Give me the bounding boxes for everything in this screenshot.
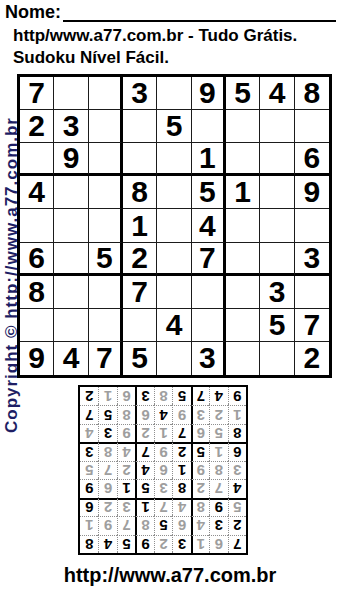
puzzle-cell-r6c2 [54,243,88,276]
puzzle-cell-r8c9: 7 [295,309,329,342]
solution-cell-r5c4: 1 [172,461,190,479]
solution-cell-r1c3: 1 [191,535,209,553]
solution-cell-r9c2: 4 [209,387,227,405]
solution-cell-r7c4: 7 [172,424,190,442]
solution-cell-r1c8: 4 [98,535,116,553]
puzzle-cell-r4c3 [89,176,123,209]
solution-cell-r5c9: 5 [80,461,98,479]
puzzle-cell-r1c5 [157,77,191,110]
solution-cell-r7c6: 2 [135,424,153,442]
solution-cell-r1c6: 9 [135,535,153,553]
solution-cell-r2c2: 3 [209,516,227,534]
solution-cell-r4c2: 7 [209,479,227,497]
puzzle-cell-r7c3 [89,276,123,309]
solution-cell-r7c5: 1 [154,424,172,442]
solution-cell-r7c7: 9 [117,424,135,442]
puzzle-grid: 739548235916485191465273873457947532 [17,74,332,378]
solution-cell-r4c3: 2 [191,479,209,497]
puzzle-cell-r6c4: 2 [123,243,157,276]
puzzle-cell-r8c7 [226,309,260,342]
solution-cell-r1c1: 7 [228,535,246,553]
puzzle-cell-r5c4: 1 [123,209,157,242]
solution-cell-r9c4: 5 [172,387,190,405]
puzzle-cell-r9c4: 5 [123,342,157,375]
puzzle-cell-r7c2 [54,276,88,309]
solution-cell-r5c8: 7 [98,461,116,479]
solution-cell-r9c6: 3 [135,387,153,405]
puzzle-cell-r9c6: 3 [192,342,226,375]
site-title: http/www.a77.com.br - Tudo Grátis. [13,26,297,46]
solution-cell-r3c9: 6 [80,498,98,516]
puzzle-cell-r1c1: 7 [20,77,54,110]
puzzle-cell-r1c7: 5 [226,77,260,110]
puzzle-cell-r5c7 [226,209,260,242]
solution-cell-r3c1: 5 [228,498,246,516]
difficulty-title: Sudoku Nível Fácil. [13,48,169,68]
solution-cell-r6c2: 1 [209,442,227,460]
puzzle-cell-r8c5: 4 [157,309,191,342]
puzzle-cell-r6c5 [157,243,191,276]
solution-cell-r5c6: 4 [135,461,153,479]
solution-cell-r1c9: 8 [80,535,98,553]
solution-cell-r2c9: 1 [80,516,98,534]
solution-cell-r9c9: 2 [80,387,98,405]
puzzle-cell-r3c6: 1 [192,143,226,176]
puzzle-cell-r2c3 [89,110,123,143]
puzzle-cell-r5c5 [157,209,191,242]
solution-cell-r3c3: 8 [191,498,209,516]
puzzle-cell-r4c2 [54,176,88,209]
puzzle-cell-r3c5 [157,143,191,176]
solution-cell-r4c8: 6 [98,479,116,497]
puzzle-cell-r3c8 [260,143,294,176]
puzzle-cell-r2c1: 2 [20,110,54,143]
sudoku-printout-page: Nome: http/www.a77.com.br - Tudo Grátis.… [0,0,340,596]
puzzle-cell-r7c6 [192,276,226,309]
puzzle-cell-r3c4 [123,143,157,176]
puzzle-cell-r4c6: 5 [192,176,226,209]
solution-cell-r1c7: 5 [117,535,135,553]
solution-cell-r8c2: 2 [209,405,227,423]
solution-cell-r4c1: 4 [228,479,246,497]
puzzle-cell-r6c1: 6 [20,243,54,276]
puzzle-cell-r3c3 [89,143,123,176]
solution-cell-r3c8: 2 [98,498,116,516]
solution-cell-r7c9: 4 [80,424,98,442]
solution-cell-r1c4: 3 [172,535,190,553]
footer-url: http://www.a77.com.br [0,564,340,587]
puzzle-cell-r2c7 [226,110,260,143]
solution-cell-r7c2: 5 [209,424,227,442]
solution-cell-r6c7: 4 [117,442,135,460]
puzzle-cell-r2c5: 5 [157,110,191,143]
puzzle-cell-r2c6 [192,110,226,143]
solution-cell-r2c4: 6 [172,516,190,534]
puzzle-cell-r3c7 [226,143,260,176]
solution-cell-r2c6: 8 [135,516,153,534]
puzzle-cell-r2c4 [123,110,157,143]
solution-cell-r2c1: 2 [228,516,246,534]
puzzle-cell-r5c6: 4 [192,209,226,242]
solution-cell-r4c7: 1 [117,479,135,497]
puzzle-cell-r4c9: 9 [295,176,329,209]
solution-cell-r5c5: 6 [154,461,172,479]
solution-cell-r2c3: 4 [191,516,209,534]
solution-cell-r8c3: 3 [191,405,209,423]
puzzle-cell-r7c4: 7 [123,276,157,309]
solution-cell-r6c5: 9 [154,442,172,460]
puzzle-cell-r1c8: 4 [260,77,294,110]
solution-cell-r8c9: 7 [80,405,98,423]
puzzle-cell-r6c9: 3 [295,243,329,276]
solution-cell-r8c6: 6 [135,405,153,423]
puzzle-cell-r5c2 [54,209,88,242]
solution-cell-r1c5: 2 [154,535,172,553]
puzzle-cell-r3c1 [20,143,54,176]
solution-cell-r3c4: 4 [172,498,190,516]
puzzle-cell-r7c1: 8 [20,276,54,309]
puzzle-cell-r5c3 [89,209,123,242]
solution-cell-r6c9: 3 [80,442,98,460]
solution-cell-r6c1: 6 [228,442,246,460]
solution-cell-r4c6: 5 [135,479,153,497]
puzzle-cell-r2c2: 3 [54,110,88,143]
puzzle-cell-r8c6 [192,309,226,342]
solution-cell-r7c8: 3 [98,424,116,442]
solution-cell-r1c2: 6 [209,535,227,553]
solution-cell-r5c7: 2 [117,461,135,479]
puzzle-cell-r7c5 [157,276,191,309]
solution-cell-r3c6: 1 [135,498,153,516]
puzzle-cell-r7c8: 3 [260,276,294,309]
solution-cell-r4c9: 9 [80,479,98,497]
solution-cell-r8c5: 4 [154,405,172,423]
solution-cell-r2c5: 5 [154,516,172,534]
solution-cell-r9c3: 7 [191,387,209,405]
puzzle-cell-r2c8 [260,110,294,143]
puzzle-cell-r4c8 [260,176,294,209]
puzzle-cell-r6c3: 5 [89,243,123,276]
solution-grid-rotated: 7613295482346587915984713264728351693891… [78,385,248,555]
puzzle-cell-r9c2: 4 [54,342,88,375]
puzzle-cell-r8c8: 5 [260,309,294,342]
puzzle-cell-r1c2 [54,77,88,110]
solution-cell-r4c4: 8 [172,479,190,497]
puzzle-cell-r4c1: 4 [20,176,54,209]
puzzle-cell-r4c7: 1 [226,176,260,209]
solution-cell-r8c7: 8 [117,405,135,423]
puzzle-cell-r8c1 [20,309,54,342]
solution-cell-r5c2: 8 [209,461,227,479]
solution-cell-r7c1: 8 [228,424,246,442]
solution-cell-r9c7: 6 [117,387,135,405]
solution-cell-r9c8: 1 [98,387,116,405]
puzzle-cell-r6c6: 7 [192,243,226,276]
puzzle-cell-r1c4: 3 [123,77,157,110]
puzzle-cell-r6c7 [226,243,260,276]
solution-cell-r5c3: 9 [191,461,209,479]
puzzle-cell-r1c6: 9 [192,77,226,110]
puzzle-cell-r1c3 [89,77,123,110]
solution-cell-r9c5: 8 [154,387,172,405]
puzzle-cell-r9c8 [260,342,294,375]
puzzle-cell-r5c1 [20,209,54,242]
puzzle-cell-r4c5 [157,176,191,209]
puzzle-cell-r2c9 [295,110,329,143]
solution-cell-r3c2: 9 [209,498,227,516]
solution-cell-r8c4: 9 [172,405,190,423]
solution-cell-r7c3: 6 [191,424,209,442]
puzzle-cell-r9c9: 2 [295,342,329,375]
puzzle-cell-r8c4 [123,309,157,342]
solution-cell-r2c8: 9 [98,516,116,534]
solution-cell-r3c5: 7 [154,498,172,516]
puzzle-cell-r8c3 [89,309,123,342]
solution-cell-r8c1: 1 [228,405,246,423]
solution-cell-r3c7: 3 [117,498,135,516]
puzzle-cell-r9c1: 9 [20,342,54,375]
solution-cell-r5c1: 3 [228,461,246,479]
solution-cell-r6c4: 2 [172,442,190,460]
puzzle-cell-r9c5 [157,342,191,375]
puzzle-cell-r9c3: 7 [89,342,123,375]
puzzle-cell-r5c9 [295,209,329,242]
solution-cell-r6c3: 5 [191,442,209,460]
puzzle-cell-r8c2 [54,309,88,342]
solution-cell-r6c8: 8 [98,442,116,460]
puzzle-cell-r7c7 [226,276,260,309]
name-blank-line [63,2,336,22]
puzzle-cell-r1c9: 8 [295,77,329,110]
solution-cell-r2c7: 7 [117,516,135,534]
puzzle-cell-r3c2: 9 [54,143,88,176]
solution-cell-r4c5: 3 [154,479,172,497]
puzzle-cell-r7c9 [295,276,329,309]
solution-cell-r6c6: 7 [135,442,153,460]
name-row: Nome: [5,2,336,22]
solution-cell-r8c8: 5 [98,405,116,423]
puzzle-cell-r5c8 [260,209,294,242]
name-label: Nome: [5,2,61,22]
puzzle-cell-r6c8 [260,243,294,276]
solution-cell-r9c1: 9 [228,387,246,405]
puzzle-cell-r3c9: 6 [295,143,329,176]
puzzle-cell-r4c4: 8 [123,176,157,209]
puzzle-cell-r9c7 [226,342,260,375]
